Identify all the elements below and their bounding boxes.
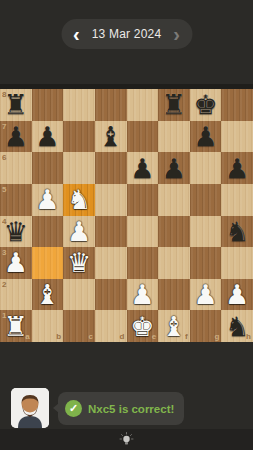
square-g3[interactable] xyxy=(190,247,222,279)
chess-board[interactable]: 8♜♜♚7♟♟♝♟6♟♟♟5♟♞4♛♟♞3♟♛2♝♟♟♟1a♜bcde♚f♝gh… xyxy=(0,89,253,342)
square-c5[interactable]: ♞ xyxy=(63,184,95,216)
square-h8[interactable] xyxy=(221,89,253,121)
avatar-illustration xyxy=(11,388,49,428)
next-day-button[interactable]: › xyxy=(173,21,180,47)
square-f7[interactable] xyxy=(158,121,190,153)
coord-rank-2: 2 xyxy=(2,280,6,289)
piece-black-bishop[interactable]: ♝ xyxy=(99,123,123,150)
piece-white-pawn[interactable]: ♟ xyxy=(4,249,28,276)
square-f5[interactable] xyxy=(158,184,190,216)
square-b6[interactable] xyxy=(32,152,64,184)
previous-day-button[interactable]: ‹ xyxy=(73,21,80,47)
square-h2[interactable]: ♟ xyxy=(221,279,253,311)
square-e4[interactable] xyxy=(127,216,159,248)
piece-white-rook[interactable]: ♜ xyxy=(4,313,28,340)
square-g4[interactable] xyxy=(190,216,222,248)
square-b2[interactable]: ♝ xyxy=(32,279,64,311)
piece-white-pawn[interactable]: ♟ xyxy=(35,186,59,213)
square-c8[interactable] xyxy=(63,89,95,121)
square-g1[interactable]: g xyxy=(190,310,222,342)
puzzle-screen: ‹ 13 Mar 2024 › 8♜♜♚7♟♟♝♟6♟♟♟5♟♞4♛♟♞3♟♛2… xyxy=(0,0,253,450)
square-c3[interactable]: ♛ xyxy=(63,247,95,279)
square-f4[interactable] xyxy=(158,216,190,248)
coord-file-b: b xyxy=(56,332,61,341)
square-a7[interactable]: 7♟ xyxy=(0,121,32,153)
piece-black-rook[interactable]: ♜ xyxy=(162,91,186,118)
piece-black-pawn[interactable]: ♟ xyxy=(193,123,217,150)
piece-black-pawn[interactable]: ♟ xyxy=(35,123,59,150)
square-c1[interactable]: c xyxy=(63,310,95,342)
coord-file-d: d xyxy=(120,332,125,341)
bubble-tail xyxy=(53,403,59,413)
bottom-bar xyxy=(0,429,253,450)
square-c6[interactable] xyxy=(63,152,95,184)
square-h6[interactable]: ♟ xyxy=(221,152,253,184)
piece-white-bishop[interactable]: ♝ xyxy=(162,313,186,340)
puzzle-date-label: 13 Mar 2024 xyxy=(92,27,162,41)
coord-rank-5: 5 xyxy=(2,185,6,194)
square-f1[interactable]: f♝ xyxy=(158,310,190,342)
piece-white-pawn[interactable]: ♟ xyxy=(67,218,91,245)
piece-black-knight[interactable]: ♞ xyxy=(225,313,249,340)
square-b5[interactable]: ♟ xyxy=(32,184,64,216)
square-a6[interactable]: 6 xyxy=(0,152,32,184)
coord-rank-6: 6 xyxy=(2,153,6,162)
square-h7[interactable] xyxy=(221,121,253,153)
piece-white-pawn[interactable]: ♟ xyxy=(193,281,217,308)
square-d3[interactable] xyxy=(95,247,127,279)
square-e3[interactable] xyxy=(127,247,159,279)
square-f6[interactable]: ♟ xyxy=(158,152,190,184)
square-h1[interactable]: h♞ xyxy=(221,310,253,342)
piece-black-pawn[interactable]: ♟ xyxy=(130,155,154,182)
square-a5[interactable]: 5 xyxy=(0,184,32,216)
piece-white-bishop[interactable]: ♝ xyxy=(35,281,59,308)
square-d7[interactable]: ♝ xyxy=(95,121,127,153)
square-g6[interactable] xyxy=(190,152,222,184)
square-d8[interactable] xyxy=(95,89,127,121)
square-h4[interactable]: ♞ xyxy=(221,216,253,248)
square-h3[interactable] xyxy=(221,247,253,279)
piece-black-knight[interactable]: ♞ xyxy=(225,218,249,245)
square-a4[interactable]: 4♛ xyxy=(0,216,32,248)
square-e7[interactable] xyxy=(127,121,159,153)
square-d6[interactable] xyxy=(95,152,127,184)
square-e5[interactable] xyxy=(127,184,159,216)
user-avatar[interactable] xyxy=(11,388,49,428)
square-f8[interactable]: ♜ xyxy=(158,89,190,121)
square-b8[interactable] xyxy=(32,89,64,121)
piece-white-queen[interactable]: ♛ xyxy=(67,249,91,276)
square-b3[interactable] xyxy=(32,247,64,279)
hint-lightbulb-icon[interactable] xyxy=(119,432,135,448)
square-g8[interactable]: ♚ xyxy=(190,89,222,121)
feedback-message: Nxc5 is correct! xyxy=(88,403,174,415)
piece-white-king[interactable]: ♚ xyxy=(130,313,154,340)
square-g5[interactable] xyxy=(190,184,222,216)
coord-file-c: c xyxy=(88,332,92,341)
coord-file-g: g xyxy=(214,332,219,341)
piece-black-rook[interactable]: ♜ xyxy=(4,91,28,118)
square-c7[interactable] xyxy=(63,121,95,153)
piece-black-pawn[interactable]: ♟ xyxy=(225,155,249,182)
piece-white-pawn[interactable]: ♟ xyxy=(225,281,249,308)
square-e1[interactable]: e♚ xyxy=(127,310,159,342)
square-c2[interactable] xyxy=(63,279,95,311)
success-check-icon: ✓ xyxy=(65,400,82,417)
square-f2[interactable] xyxy=(158,279,190,311)
square-b7[interactable]: ♟ xyxy=(32,121,64,153)
piece-white-pawn[interactable]: ♟ xyxy=(130,281,154,308)
piece-black-queen[interactable]: ♛ xyxy=(4,218,28,245)
piece-white-knight[interactable]: ♞ xyxy=(67,186,91,213)
square-c4[interactable]: ♟ xyxy=(63,216,95,248)
feedback-bubble: ✓ Nxc5 is correct! xyxy=(58,392,184,425)
square-f3[interactable] xyxy=(158,247,190,279)
square-d4[interactable] xyxy=(95,216,127,248)
piece-black-pawn[interactable]: ♟ xyxy=(4,123,28,150)
square-a3[interactable]: 3♟ xyxy=(0,247,32,279)
square-b1[interactable]: b xyxy=(32,310,64,342)
square-e6[interactable]: ♟ xyxy=(127,152,159,184)
square-d2[interactable] xyxy=(95,279,127,311)
square-d5[interactable] xyxy=(95,184,127,216)
square-a8[interactable]: 8♜ xyxy=(0,89,32,121)
square-h5[interactable] xyxy=(221,184,253,216)
square-a1[interactable]: 1a♜ xyxy=(0,310,32,342)
piece-black-pawn[interactable]: ♟ xyxy=(162,155,186,182)
square-e8[interactable] xyxy=(127,89,159,121)
square-d1[interactable]: d xyxy=(95,310,127,342)
square-e2[interactable]: ♟ xyxy=(127,279,159,311)
date-navigator: ‹ 13 Mar 2024 › xyxy=(61,19,192,49)
square-b4[interactable] xyxy=(32,216,64,248)
piece-black-king[interactable]: ♚ xyxy=(193,91,217,118)
square-g2[interactable]: ♟ xyxy=(190,279,222,311)
square-g7[interactable]: ♟ xyxy=(190,121,222,153)
square-a2[interactable]: 2 xyxy=(0,279,32,311)
